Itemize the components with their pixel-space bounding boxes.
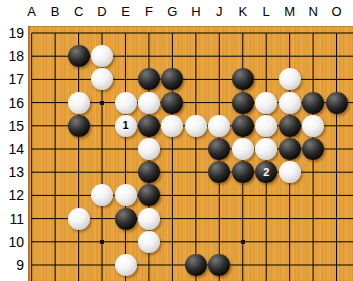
black-stone-h9[interactable] — [185, 254, 207, 276]
black-stone-k15[interactable] — [232, 115, 254, 137]
white-stone-e9[interactable] — [115, 254, 137, 276]
black-stone-l13[interactable]: 2 — [255, 161, 277, 183]
go-board[interactable]: 21 — [28, 26, 353, 281]
white-stone-j15[interactable] — [208, 115, 230, 137]
white-stone-e16[interactable] — [115, 92, 137, 114]
black-stone-f15[interactable] — [138, 115, 160, 137]
white-stone-m17[interactable] — [279, 68, 301, 90]
column-label-n: N — [308, 2, 317, 22]
row-labels: 191817161514131211109 — [0, 0, 28, 281]
row-label-19: 19 — [8, 26, 24, 40]
white-stone-f11[interactable] — [138, 208, 160, 230]
row-label-12: 12 — [8, 188, 24, 202]
black-stone-j14[interactable] — [208, 138, 230, 160]
move-number-label: 2 — [263, 167, 269, 178]
column-label-j: J — [216, 2, 223, 22]
black-stone-f13[interactable] — [138, 161, 160, 183]
black-stone-f12[interactable] — [138, 184, 160, 206]
row-label-10: 10 — [8, 235, 24, 249]
white-stone-k14[interactable] — [232, 138, 254, 160]
row-label-17: 17 — [8, 72, 24, 86]
white-stone-l15[interactable] — [255, 115, 277, 137]
black-stone-n14[interactable] — [302, 138, 324, 160]
row-label-15: 15 — [8, 119, 24, 133]
row-label-13: 13 — [8, 165, 24, 179]
black-stone-m15[interactable] — [279, 115, 301, 137]
go-diagram: 21 ABCDEFGHJKLMNO 191817161514131211109 — [0, 0, 353, 281]
column-label-e: E — [121, 2, 130, 22]
row-label-18: 18 — [8, 49, 24, 63]
white-stone-e15[interactable]: 1 — [115, 115, 137, 137]
white-stone-l14[interactable] — [255, 138, 277, 160]
white-stone-h15[interactable] — [185, 115, 207, 137]
white-stone-d12[interactable] — [91, 184, 113, 206]
black-stone-j13[interactable] — [208, 161, 230, 183]
black-stone-g17[interactable] — [161, 68, 183, 90]
column-label-c: C — [74, 2, 83, 22]
white-stone-d18[interactable] — [91, 45, 113, 67]
white-stone-g15[interactable] — [161, 115, 183, 137]
column-label-g: G — [167, 2, 177, 22]
black-stone-c15[interactable] — [68, 115, 90, 137]
column-labels: ABCDEFGHJKLMNO — [0, 0, 353, 26]
white-stone-e12[interactable] — [115, 184, 137, 206]
black-stone-m14[interactable] — [279, 138, 301, 160]
white-stone-c16[interactable] — [68, 92, 90, 114]
black-stone-o16[interactable] — [326, 92, 348, 114]
white-stone-f10[interactable] — [138, 231, 160, 253]
white-stone-m13[interactable] — [279, 161, 301, 183]
black-stone-k17[interactable] — [232, 68, 254, 90]
white-stone-c11[interactable] — [68, 208, 90, 230]
black-stone-g16[interactable] — [161, 92, 183, 114]
white-stone-n15[interactable] — [302, 115, 324, 137]
row-label-9: 9 — [16, 258, 24, 272]
star-point-d16 — [100, 101, 104, 105]
column-label-h: H — [191, 2, 200, 22]
column-label-l: L — [263, 2, 270, 22]
column-label-a: A — [27, 2, 36, 22]
row-label-11: 11 — [9, 212, 24, 226]
row-label-16: 16 — [8, 96, 24, 110]
black-stone-n16[interactable] — [302, 92, 324, 114]
black-stone-k16[interactable] — [232, 92, 254, 114]
black-stone-k13[interactable] — [232, 161, 254, 183]
column-label-f: F — [145, 2, 153, 22]
white-stone-l16[interactable] — [255, 92, 277, 114]
white-stone-f14[interactable] — [138, 138, 160, 160]
black-stone-j9[interactable] — [208, 254, 230, 276]
move-number-label: 1 — [122, 120, 128, 131]
column-label-d: D — [97, 2, 106, 22]
white-stone-m16[interactable] — [279, 92, 301, 114]
row-label-14: 14 — [8, 142, 24, 156]
black-stone-e11[interactable] — [115, 208, 137, 230]
column-label-o: O — [331, 2, 341, 22]
black-stone-c18[interactable] — [68, 45, 90, 67]
column-label-m: M — [284, 2, 295, 22]
star-point-d10 — [100, 240, 104, 244]
white-stone-f16[interactable] — [138, 92, 160, 114]
black-stone-f17[interactable] — [138, 68, 160, 90]
star-point-k10 — [241, 240, 245, 244]
column-label-b: B — [51, 2, 60, 22]
column-label-k: K — [238, 2, 247, 22]
white-stone-d17[interactable] — [91, 68, 113, 90]
